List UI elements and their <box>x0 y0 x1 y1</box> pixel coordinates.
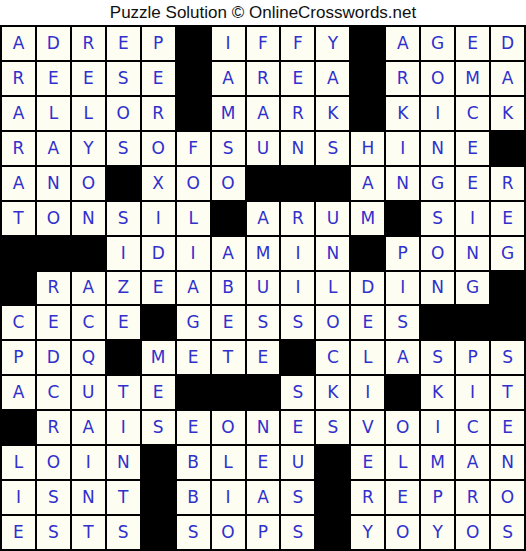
letter-cell-r3c2: L <box>37 97 70 130</box>
letter-cell-r15c11: Y <box>351 516 384 549</box>
letter-cell-r6c4: S <box>107 202 140 235</box>
letter-cell-r10c10: C <box>316 341 349 374</box>
letter-cell-r9c4: E <box>107 306 140 339</box>
black-cell-r15c10 <box>316 516 349 549</box>
letter-cell-r12c13: I <box>421 411 454 444</box>
letter-cell-r4c14: E <box>456 132 489 165</box>
letter-cell-r8c7: B <box>212 272 245 305</box>
letter-cell-r13c9: U <box>281 446 314 479</box>
letter-cell-r9c8: S <box>247 306 280 339</box>
letter-cell-r1c13: G <box>421 27 454 60</box>
letter-cell-r9c3: C <box>72 306 105 339</box>
letter-cell-r6c15: E <box>491 202 524 235</box>
letter-cell-r2c9: E <box>281 62 314 95</box>
letter-cell-r12c10: S <box>316 411 349 444</box>
letter-cell-r10c5: M <box>142 341 175 374</box>
letter-cell-r10c2: D <box>37 341 70 374</box>
letter-cell-r4c8: U <box>247 132 280 165</box>
letter-cell-r11c4: T <box>107 376 140 409</box>
letter-cell-r15c1: E <box>2 516 35 549</box>
black-cell-r5c9 <box>281 167 314 200</box>
letter-cell-r9c2: E <box>37 306 70 339</box>
letter-cell-r5c2: N <box>37 167 70 200</box>
letter-cell-r2c14: M <box>456 62 489 95</box>
letter-cell-r5c11: A <box>351 167 384 200</box>
letter-cell-r1c7: I <box>212 27 245 60</box>
letter-cell-r9c10: O <box>316 306 349 339</box>
letter-cell-r3c14: C <box>456 97 489 130</box>
crossword-grid: ADREPIFFYAGEDREESEAREAROMAALLORMARKKICKR… <box>0 25 526 551</box>
letter-cell-r8c13: N <box>421 272 454 305</box>
black-cell-r8c1 <box>2 272 35 305</box>
letter-cell-r7c6: I <box>177 237 210 270</box>
letter-cell-r11c2: C <box>37 376 70 409</box>
letter-cell-r15c9: S <box>281 516 314 549</box>
letter-cell-r2c3: E <box>72 62 105 95</box>
letter-cell-r15c12: O <box>386 516 419 549</box>
letter-cell-r4c13: N <box>421 132 454 165</box>
letter-cell-r6c9: R <box>281 202 314 235</box>
letter-cell-r14c13: P <box>421 481 454 514</box>
letter-cell-r2c4: S <box>107 62 140 95</box>
letter-cell-r14c7: I <box>212 481 245 514</box>
letter-cell-r12c5: S <box>142 411 175 444</box>
letter-cell-r7c4: I <box>107 237 140 270</box>
letter-cell-r3c4: O <box>107 97 140 130</box>
letter-cell-r10c8: E <box>247 341 280 374</box>
letter-cell-r14c14: R <box>456 481 489 514</box>
letter-cell-r14c15: O <box>491 481 524 514</box>
letter-cell-r5c14: E <box>456 167 489 200</box>
letter-cell-r10c7: T <box>212 341 245 374</box>
letter-cell-r11c13: K <box>421 376 454 409</box>
letter-cell-r3c15: K <box>491 97 524 130</box>
letter-cell-r13c14: A <box>456 446 489 479</box>
letter-cell-r6c3: N <box>72 202 105 235</box>
letter-cell-r15c15: S <box>491 516 524 549</box>
black-cell-r11c8 <box>247 376 280 409</box>
letter-cell-r8c12: I <box>386 272 419 305</box>
letter-cell-r8c6: A <box>177 272 210 305</box>
letter-cell-r10c14: P <box>456 341 489 374</box>
letter-cell-r1c5: P <box>142 27 175 60</box>
letter-cell-r6c5: I <box>142 202 175 235</box>
letter-cell-r15c3: T <box>72 516 105 549</box>
letter-cell-r11c9: S <box>281 376 314 409</box>
letter-cell-r3c12: K <box>386 97 419 130</box>
letter-cell-r10c11: L <box>351 341 384 374</box>
letter-cell-r4c2: A <box>37 132 70 165</box>
letter-cell-r6c1: T <box>2 202 35 235</box>
black-cell-r7c3 <box>72 237 105 270</box>
page-title: Puzzle Solution © OnlineCrosswords.net <box>110 3 416 23</box>
letter-cell-r13c3: I <box>72 446 105 479</box>
letter-cell-r2c7: A <box>212 62 245 95</box>
letter-cell-r7c12: P <box>386 237 419 270</box>
letter-cell-r10c15: S <box>491 341 524 374</box>
black-cell-r13c5 <box>142 446 175 479</box>
letter-cell-r12c8: N <box>247 411 280 444</box>
letter-cell-r4c5: O <box>142 132 175 165</box>
letter-cell-r11c3: U <box>72 376 105 409</box>
letter-cell-r8c4: Z <box>107 272 140 305</box>
letter-cell-r13c4: N <box>107 446 140 479</box>
letter-cell-r1c12: A <box>386 27 419 60</box>
letter-cell-r3c13: I <box>421 97 454 130</box>
letter-cell-r5c13: G <box>421 167 454 200</box>
letter-cell-r11c15: T <box>491 376 524 409</box>
letter-cell-r9c9: S <box>281 306 314 339</box>
letter-cell-r15c7: O <box>212 516 245 549</box>
letter-cell-r15c8: P <box>247 516 280 549</box>
letter-cell-r7c9: I <box>281 237 314 270</box>
letter-cell-r4c11: H <box>351 132 384 165</box>
letter-cell-r3c8: A <box>247 97 280 130</box>
letter-cell-r12c7: O <box>212 411 245 444</box>
black-cell-r5c10 <box>316 167 349 200</box>
black-cell-r11c7 <box>212 376 245 409</box>
letter-cell-r12c12: O <box>386 411 419 444</box>
letter-cell-r4c3: Y <box>72 132 105 165</box>
letter-cell-r14c8: A <box>247 481 280 514</box>
letter-cell-r10c13: S <box>421 341 454 374</box>
letter-cell-r5c3: O <box>72 167 105 200</box>
letter-cell-r12c14: C <box>456 411 489 444</box>
letter-cell-r6c13: S <box>421 202 454 235</box>
letter-cell-r1c3: R <box>72 27 105 60</box>
letter-cell-r7c13: O <box>421 237 454 270</box>
letter-cell-r14c9: S <box>281 481 314 514</box>
letter-cell-r14c1: I <box>2 481 35 514</box>
letter-cell-r11c5: E <box>142 376 175 409</box>
letter-cell-r1c9: F <box>281 27 314 60</box>
letter-cell-r2c8: R <box>247 62 280 95</box>
letter-cell-r11c11: I <box>351 376 384 409</box>
black-cell-r11c12 <box>386 376 419 409</box>
letter-cell-r12c15: E <box>491 411 524 444</box>
letter-cell-r5c7: O <box>212 167 245 200</box>
letter-cell-r11c14: I <box>456 376 489 409</box>
letter-cell-r4c6: F <box>177 132 210 165</box>
letter-cell-r1c2: D <box>37 27 70 60</box>
letter-cell-r1c10: Y <box>316 27 349 60</box>
letter-cell-r4c10: S <box>316 132 349 165</box>
letter-cell-r1c15: D <box>491 27 524 60</box>
black-cell-r9c5 <box>142 306 175 339</box>
black-cell-r4c15 <box>491 132 524 165</box>
letter-cell-r2c15: A <box>491 62 524 95</box>
black-cell-r9c13 <box>421 306 454 339</box>
letter-cell-r4c9: N <box>281 132 314 165</box>
letter-cell-r13c15: N <box>491 446 524 479</box>
letter-cell-r8c11: D <box>351 272 384 305</box>
letter-cell-r9c7: E <box>212 306 245 339</box>
letter-cell-r8c8: U <box>247 272 280 305</box>
letter-cell-r13c12: L <box>386 446 419 479</box>
letter-cell-r10c6: E <box>177 341 210 374</box>
letter-cell-r7c10: N <box>316 237 349 270</box>
letter-cell-r6c6: L <box>177 202 210 235</box>
letter-cell-r6c10: U <box>316 202 349 235</box>
black-cell-r9c15 <box>491 306 524 339</box>
letter-cell-r7c7: A <box>212 237 245 270</box>
black-cell-r1c11 <box>351 27 384 60</box>
letter-cell-r3c10: K <box>316 97 349 130</box>
letter-cell-r14c6: B <box>177 481 210 514</box>
letter-cell-r8c5: E <box>142 272 175 305</box>
letter-cell-r8c9: I <box>281 272 314 305</box>
letter-cell-r14c12: E <box>386 481 419 514</box>
black-cell-r15c5 <box>142 516 175 549</box>
letter-cell-r4c4: S <box>107 132 140 165</box>
letter-cell-r7c14: N <box>456 237 489 270</box>
letter-cell-r4c12: I <box>386 132 419 165</box>
letter-cell-r3c9: R <box>281 97 314 130</box>
letter-cell-r5c6: O <box>177 167 210 200</box>
letter-cell-r13c1: L <box>2 446 35 479</box>
letter-cell-r2c13: O <box>421 62 454 95</box>
letter-cell-r2c5: E <box>142 62 175 95</box>
letter-cell-r10c1: P <box>2 341 35 374</box>
letter-cell-r9c6: G <box>177 306 210 339</box>
letter-cell-r5c12: N <box>386 167 419 200</box>
letter-cell-r14c4: T <box>107 481 140 514</box>
letter-cell-r8c14: G <box>456 272 489 305</box>
black-cell-r3c11 <box>351 97 384 130</box>
letter-cell-r13c2: O <box>37 446 70 479</box>
letter-cell-r6c8: A <box>247 202 280 235</box>
letter-cell-r7c8: M <box>247 237 280 270</box>
black-cell-r9c14 <box>456 306 489 339</box>
black-cell-r6c7 <box>212 202 245 235</box>
letter-cell-r4c7: S <box>212 132 245 165</box>
letter-cell-r7c15: G <box>491 237 524 270</box>
letter-cell-r6c11: M <box>351 202 384 235</box>
letter-cell-r15c13: Y <box>421 516 454 549</box>
letter-cell-r1c8: F <box>247 27 280 60</box>
letter-cell-r12c2: R <box>37 411 70 444</box>
letter-cell-r2c2: E <box>37 62 70 95</box>
black-cell-r8c15 <box>491 272 524 305</box>
black-cell-r14c10 <box>316 481 349 514</box>
letter-cell-r15c4: S <box>107 516 140 549</box>
letter-cell-r12c9: E <box>281 411 314 444</box>
letter-cell-r9c12: S <box>386 306 419 339</box>
letter-cell-r15c6: S <box>177 516 210 549</box>
letter-cell-r10c3: Q <box>72 341 105 374</box>
black-cell-r6c12 <box>386 202 419 235</box>
letter-cell-r8c10: L <box>316 272 349 305</box>
letter-cell-r13c7: L <box>212 446 245 479</box>
letter-cell-r2c12: R <box>386 62 419 95</box>
letter-cell-r13c8: E <box>247 446 280 479</box>
letter-cell-r11c10: K <box>316 376 349 409</box>
letter-cell-r9c11: E <box>351 306 384 339</box>
letter-cell-r3c7: M <box>212 97 245 130</box>
black-cell-r7c2 <box>37 237 70 270</box>
black-cell-r10c4 <box>107 341 140 374</box>
letter-cell-r3c5: R <box>142 97 175 130</box>
letter-cell-r3c3: L <box>72 97 105 130</box>
black-cell-r11c6 <box>177 376 210 409</box>
letter-cell-r5c5: X <box>142 167 175 200</box>
letter-cell-r12c11: V <box>351 411 384 444</box>
letter-cell-r1c1: A <box>2 27 35 60</box>
letter-cell-r10c12: A <box>386 341 419 374</box>
letter-cell-r6c2: O <box>37 202 70 235</box>
black-cell-r12c1 <box>2 411 35 444</box>
letter-cell-r2c1: R <box>2 62 35 95</box>
black-cell-r1c6 <box>177 27 210 60</box>
letter-cell-r1c14: E <box>456 27 489 60</box>
letter-cell-r5c1: A <box>2 167 35 200</box>
letter-cell-r14c2: S <box>37 481 70 514</box>
letter-cell-r15c14: O <box>456 516 489 549</box>
letter-cell-r1c4: E <box>107 27 140 60</box>
black-cell-r7c11 <box>351 237 384 270</box>
letter-cell-r6c14: I <box>456 202 489 235</box>
letter-cell-r5c15: R <box>491 167 524 200</box>
letter-cell-r4c1: R <box>2 132 35 165</box>
letter-cell-r14c11: R <box>351 481 384 514</box>
black-cell-r14c5 <box>142 481 175 514</box>
black-cell-r5c4 <box>107 167 140 200</box>
black-cell-r2c11 <box>351 62 384 95</box>
letter-cell-r12c4: I <box>107 411 140 444</box>
letter-cell-r13c13: M <box>421 446 454 479</box>
letter-cell-r15c2: S <box>37 516 70 549</box>
letter-cell-r14c3: N <box>72 481 105 514</box>
black-cell-r10c9 <box>281 341 314 374</box>
black-cell-r5c8 <box>247 167 280 200</box>
letter-cell-r3c1: A <box>2 97 35 130</box>
black-cell-r2c6 <box>177 62 210 95</box>
letter-cell-r9c1: C <box>2 306 35 339</box>
letter-cell-r13c11: E <box>351 446 384 479</box>
puzzle-solution-page: Puzzle Solution © OnlineCrosswords.net A… <box>0 0 526 551</box>
letter-cell-r13c6: B <box>177 446 210 479</box>
black-cell-r3c6 <box>177 97 210 130</box>
letter-cell-r7c5: D <box>142 237 175 270</box>
letter-cell-r8c2: R <box>37 272 70 305</box>
title-bar: Puzzle Solution © OnlineCrosswords.net <box>0 0 526 25</box>
letter-cell-r8c3: A <box>72 272 105 305</box>
letter-cell-r12c6: E <box>177 411 210 444</box>
black-cell-r7c1 <box>2 237 35 270</box>
letter-cell-r11c1: A <box>2 376 35 409</box>
black-cell-r13c10 <box>316 446 349 479</box>
letter-cell-r2c10: A <box>316 62 349 95</box>
letter-cell-r12c3: A <box>72 411 105 444</box>
